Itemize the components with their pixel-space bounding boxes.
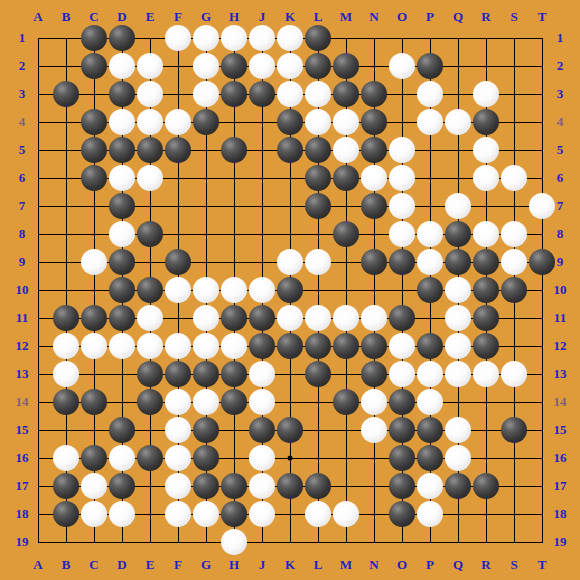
intersection-F1[interactable] [164, 24, 192, 52]
intersection-Q13[interactable] [444, 360, 472, 388]
intersection-O19[interactable] [388, 528, 416, 556]
intersection-F17[interactable] [164, 472, 192, 500]
intersection-F3[interactable] [164, 80, 192, 108]
intersection-E12[interactable] [136, 332, 164, 360]
intersection-D18[interactable] [108, 500, 136, 528]
intersection-N7[interactable] [360, 192, 388, 220]
intersection-F15[interactable] [164, 416, 192, 444]
intersection-M7[interactable] [332, 192, 360, 220]
intersection-N11[interactable] [360, 304, 388, 332]
intersection-N12[interactable] [360, 332, 388, 360]
intersection-C17[interactable] [80, 472, 108, 500]
intersection-O12[interactable] [388, 332, 416, 360]
intersection-P18[interactable] [416, 500, 444, 528]
intersection-F12[interactable] [164, 332, 192, 360]
intersection-N4[interactable] [360, 108, 388, 136]
intersection-M18[interactable] [332, 500, 360, 528]
intersection-E14[interactable] [136, 388, 164, 416]
intersection-B13[interactable] [52, 360, 80, 388]
intersection-H18[interactable] [220, 500, 248, 528]
intersection-P12[interactable] [416, 332, 444, 360]
intersection-N3[interactable] [360, 80, 388, 108]
intersection-K5[interactable] [276, 136, 304, 164]
intersection-Q5[interactable] [444, 136, 472, 164]
intersection-N19[interactable] [360, 528, 388, 556]
intersection-R1[interactable] [472, 24, 500, 52]
intersection-J8[interactable] [248, 220, 276, 248]
intersection-N10[interactable] [360, 276, 388, 304]
intersection-S12[interactable] [500, 332, 528, 360]
intersection-R10[interactable] [472, 276, 500, 304]
intersection-Q16[interactable] [444, 444, 472, 472]
intersection-B3[interactable] [52, 80, 80, 108]
intersection-M1[interactable] [332, 24, 360, 52]
intersection-H6[interactable] [220, 164, 248, 192]
intersection-S8[interactable] [500, 220, 528, 248]
intersection-B1[interactable] [52, 24, 80, 52]
intersection-D5[interactable] [108, 136, 136, 164]
intersection-L13[interactable] [304, 360, 332, 388]
intersection-P4[interactable] [416, 108, 444, 136]
intersection-D4[interactable] [108, 108, 136, 136]
intersection-O1[interactable] [388, 24, 416, 52]
intersection-J7[interactable] [248, 192, 276, 220]
intersection-L3[interactable] [304, 80, 332, 108]
intersection-O6[interactable] [388, 164, 416, 192]
intersection-Q6[interactable] [444, 164, 472, 192]
intersection-M5[interactable] [332, 136, 360, 164]
intersection-K3[interactable] [276, 80, 304, 108]
intersection-O9[interactable] [388, 248, 416, 276]
intersection-R18[interactable] [472, 500, 500, 528]
intersection-P8[interactable] [416, 220, 444, 248]
intersection-F10[interactable] [164, 276, 192, 304]
intersection-S4[interactable] [500, 108, 528, 136]
intersection-K15[interactable] [276, 416, 304, 444]
intersection-H11[interactable] [220, 304, 248, 332]
intersection-K9[interactable] [276, 248, 304, 276]
intersection-Q10[interactable] [444, 276, 472, 304]
intersection-S17[interactable] [500, 472, 528, 500]
intersection-B14[interactable] [52, 388, 80, 416]
intersection-E19[interactable] [136, 528, 164, 556]
intersection-B12[interactable] [52, 332, 80, 360]
intersection-E9[interactable] [136, 248, 164, 276]
intersection-M12[interactable] [332, 332, 360, 360]
intersection-L8[interactable] [304, 220, 332, 248]
intersection-G6[interactable] [192, 164, 220, 192]
intersection-K11[interactable] [276, 304, 304, 332]
intersection-P6[interactable] [416, 164, 444, 192]
intersection-R13[interactable] [472, 360, 500, 388]
intersection-Q12[interactable] [444, 332, 472, 360]
intersection-E2[interactable] [136, 52, 164, 80]
intersection-H7[interactable] [220, 192, 248, 220]
intersection-P14[interactable] [416, 388, 444, 416]
intersection-S7[interactable] [500, 192, 528, 220]
intersection-K2[interactable] [276, 52, 304, 80]
intersection-K14[interactable] [276, 388, 304, 416]
intersection-J4[interactable] [248, 108, 276, 136]
intersection-R17[interactable] [472, 472, 500, 500]
intersection-N13[interactable] [360, 360, 388, 388]
intersection-Q19[interactable] [444, 528, 472, 556]
intersection-D17[interactable] [108, 472, 136, 500]
intersection-D1[interactable] [108, 24, 136, 52]
intersection-M6[interactable] [332, 164, 360, 192]
intersection-S15[interactable] [500, 416, 528, 444]
intersection-R7[interactable] [472, 192, 500, 220]
intersection-G17[interactable] [192, 472, 220, 500]
intersection-J15[interactable] [248, 416, 276, 444]
intersection-L9[interactable] [304, 248, 332, 276]
intersection-F13[interactable] [164, 360, 192, 388]
intersection-S1[interactable] [500, 24, 528, 52]
intersection-E6[interactable] [136, 164, 164, 192]
intersection-C14[interactable] [80, 388, 108, 416]
intersection-M2[interactable] [332, 52, 360, 80]
intersection-L15[interactable] [304, 416, 332, 444]
intersection-L19[interactable] [304, 528, 332, 556]
intersection-H16[interactable] [220, 444, 248, 472]
intersection-H12[interactable] [220, 332, 248, 360]
intersection-J17[interactable] [248, 472, 276, 500]
intersection-M4[interactable] [332, 108, 360, 136]
intersection-D19[interactable] [108, 528, 136, 556]
intersection-J11[interactable] [248, 304, 276, 332]
intersection-G13[interactable] [192, 360, 220, 388]
intersection-D2[interactable] [108, 52, 136, 80]
intersection-N6[interactable] [360, 164, 388, 192]
intersection-O4[interactable] [388, 108, 416, 136]
intersection-P7[interactable] [416, 192, 444, 220]
intersection-L6[interactable] [304, 164, 332, 192]
intersection-C13[interactable] [80, 360, 108, 388]
intersection-M19[interactable] [332, 528, 360, 556]
intersection-N16[interactable] [360, 444, 388, 472]
intersection-M11[interactable] [332, 304, 360, 332]
intersection-R19[interactable] [472, 528, 500, 556]
intersection-C5[interactable] [80, 136, 108, 164]
intersection-L1[interactable] [304, 24, 332, 52]
intersection-B6[interactable] [52, 164, 80, 192]
intersection-K7[interactable] [276, 192, 304, 220]
intersection-C16[interactable] [80, 444, 108, 472]
intersection-M15[interactable] [332, 416, 360, 444]
intersection-N2[interactable] [360, 52, 388, 80]
intersection-J5[interactable] [248, 136, 276, 164]
intersection-R11[interactable] [472, 304, 500, 332]
intersection-R9[interactable] [472, 248, 500, 276]
intersection-S9[interactable] [500, 248, 528, 276]
intersection-P1[interactable] [416, 24, 444, 52]
intersection-K12[interactable] [276, 332, 304, 360]
intersection-G16[interactable] [192, 444, 220, 472]
intersection-R16[interactable] [472, 444, 500, 472]
intersection-Q18[interactable] [444, 500, 472, 528]
intersection-G2[interactable] [192, 52, 220, 80]
intersection-N15[interactable] [360, 416, 388, 444]
intersection-J19[interactable] [248, 528, 276, 556]
intersection-L12[interactable] [304, 332, 332, 360]
intersection-J18[interactable] [248, 500, 276, 528]
intersection-F14[interactable] [164, 388, 192, 416]
intersection-S3[interactable] [500, 80, 528, 108]
intersection-O15[interactable] [388, 416, 416, 444]
intersection-R12[interactable] [472, 332, 500, 360]
intersection-E15[interactable] [136, 416, 164, 444]
intersection-M16[interactable] [332, 444, 360, 472]
intersection-P13[interactable] [416, 360, 444, 388]
intersection-R15[interactable] [472, 416, 500, 444]
intersection-D16[interactable] [108, 444, 136, 472]
intersection-D12[interactable] [108, 332, 136, 360]
intersection-B18[interactable] [52, 500, 80, 528]
intersection-P9[interactable] [416, 248, 444, 276]
intersection-E1[interactable] [136, 24, 164, 52]
intersection-S2[interactable] [500, 52, 528, 80]
intersection-Q15[interactable] [444, 416, 472, 444]
intersection-G8[interactable] [192, 220, 220, 248]
intersection-G12[interactable] [192, 332, 220, 360]
intersection-B16[interactable] [52, 444, 80, 472]
intersection-J10[interactable] [248, 276, 276, 304]
intersection-C6[interactable] [80, 164, 108, 192]
intersection-Q1[interactable] [444, 24, 472, 52]
intersection-R6[interactable] [472, 164, 500, 192]
intersection-O8[interactable] [388, 220, 416, 248]
intersection-G4[interactable] [192, 108, 220, 136]
intersection-O7[interactable] [388, 192, 416, 220]
intersection-D13[interactable] [108, 360, 136, 388]
intersection-P11[interactable] [416, 304, 444, 332]
intersection-L16[interactable] [304, 444, 332, 472]
intersection-S5[interactable] [500, 136, 528, 164]
intersection-Q9[interactable] [444, 248, 472, 276]
intersection-C1[interactable] [80, 24, 108, 52]
intersection-H15[interactable] [220, 416, 248, 444]
intersection-L5[interactable] [304, 136, 332, 164]
intersection-C8[interactable] [80, 220, 108, 248]
intersection-J12[interactable] [248, 332, 276, 360]
intersection-Q17[interactable] [444, 472, 472, 500]
intersection-P15[interactable] [416, 416, 444, 444]
intersection-R4[interactable] [472, 108, 500, 136]
intersection-N18[interactable] [360, 500, 388, 528]
intersection-E4[interactable] [136, 108, 164, 136]
intersection-Q4[interactable] [444, 108, 472, 136]
intersection-K4[interactable] [276, 108, 304, 136]
intersection-E13[interactable] [136, 360, 164, 388]
intersection-D8[interactable] [108, 220, 136, 248]
intersection-E5[interactable] [136, 136, 164, 164]
intersection-H3[interactable] [220, 80, 248, 108]
intersection-J13[interactable] [248, 360, 276, 388]
intersection-H5[interactable] [220, 136, 248, 164]
intersection-G14[interactable] [192, 388, 220, 416]
intersection-E10[interactable] [136, 276, 164, 304]
intersection-S6[interactable] [500, 164, 528, 192]
intersection-O16[interactable] [388, 444, 416, 472]
intersection-B8[interactable] [52, 220, 80, 248]
intersection-F11[interactable] [164, 304, 192, 332]
intersection-H17[interactable] [220, 472, 248, 500]
intersection-G15[interactable] [192, 416, 220, 444]
intersection-S16[interactable] [500, 444, 528, 472]
intersection-B17[interactable] [52, 472, 80, 500]
intersection-B15[interactable] [52, 416, 80, 444]
intersection-L14[interactable] [304, 388, 332, 416]
intersection-E8[interactable] [136, 220, 164, 248]
intersection-H9[interactable] [220, 248, 248, 276]
intersection-G11[interactable] [192, 304, 220, 332]
intersection-J6[interactable] [248, 164, 276, 192]
intersection-J3[interactable] [248, 80, 276, 108]
intersection-K6[interactable] [276, 164, 304, 192]
intersection-F19[interactable] [164, 528, 192, 556]
intersection-F8[interactable] [164, 220, 192, 248]
intersection-D6[interactable] [108, 164, 136, 192]
intersection-H1[interactable] [220, 24, 248, 52]
intersection-K8[interactable] [276, 220, 304, 248]
intersection-M8[interactable] [332, 220, 360, 248]
intersection-M3[interactable] [332, 80, 360, 108]
intersection-S11[interactable] [500, 304, 528, 332]
intersection-E11[interactable] [136, 304, 164, 332]
intersection-Q2[interactable] [444, 52, 472, 80]
intersection-P19[interactable] [416, 528, 444, 556]
intersection-R3[interactable] [472, 80, 500, 108]
intersection-H13[interactable] [220, 360, 248, 388]
intersection-E16[interactable] [136, 444, 164, 472]
intersection-B4[interactable] [52, 108, 80, 136]
intersection-F7[interactable] [164, 192, 192, 220]
intersection-D15[interactable] [108, 416, 136, 444]
intersection-H19[interactable] [220, 528, 248, 556]
intersection-F9[interactable] [164, 248, 192, 276]
intersection-D7[interactable] [108, 192, 136, 220]
intersection-M17[interactable] [332, 472, 360, 500]
intersection-R14[interactable] [472, 388, 500, 416]
intersection-Q14[interactable] [444, 388, 472, 416]
intersection-M13[interactable] [332, 360, 360, 388]
intersection-M14[interactable] [332, 388, 360, 416]
intersection-D9[interactable] [108, 248, 136, 276]
intersection-R8[interactable] [472, 220, 500, 248]
intersection-L4[interactable] [304, 108, 332, 136]
intersection-G18[interactable] [192, 500, 220, 528]
intersection-B10[interactable] [52, 276, 80, 304]
intersection-P3[interactable] [416, 80, 444, 108]
intersection-B7[interactable] [52, 192, 80, 220]
intersection-L7[interactable] [304, 192, 332, 220]
intersection-L2[interactable] [304, 52, 332, 80]
intersection-N5[interactable] [360, 136, 388, 164]
intersection-O3[interactable] [388, 80, 416, 108]
intersection-K19[interactable] [276, 528, 304, 556]
intersection-C4[interactable] [80, 108, 108, 136]
intersection-M9[interactable] [332, 248, 360, 276]
intersection-K18[interactable] [276, 500, 304, 528]
intersection-C2[interactable] [80, 52, 108, 80]
intersection-N1[interactable] [360, 24, 388, 52]
intersection-D10[interactable] [108, 276, 136, 304]
intersection-K13[interactable] [276, 360, 304, 388]
intersection-H2[interactable] [220, 52, 248, 80]
intersection-F2[interactable] [164, 52, 192, 80]
intersection-J1[interactable] [248, 24, 276, 52]
intersection-Q8[interactable] [444, 220, 472, 248]
intersection-K16[interactable] [276, 444, 304, 472]
intersection-G5[interactable] [192, 136, 220, 164]
intersection-S13[interactable] [500, 360, 528, 388]
intersection-P16[interactable] [416, 444, 444, 472]
intersection-N9[interactable] [360, 248, 388, 276]
intersection-P5[interactable] [416, 136, 444, 164]
intersection-N14[interactable] [360, 388, 388, 416]
intersection-K10[interactable] [276, 276, 304, 304]
intersection-P2[interactable] [416, 52, 444, 80]
intersection-F18[interactable] [164, 500, 192, 528]
intersection-L11[interactable] [304, 304, 332, 332]
intersection-O13[interactable] [388, 360, 416, 388]
intersection-Q11[interactable] [444, 304, 472, 332]
intersection-S19[interactable] [500, 528, 528, 556]
intersection-L18[interactable] [304, 500, 332, 528]
intersection-C11[interactable] [80, 304, 108, 332]
intersection-G1[interactable] [192, 24, 220, 52]
intersection-D14[interactable] [108, 388, 136, 416]
intersection-O14[interactable] [388, 388, 416, 416]
intersection-C3[interactable] [80, 80, 108, 108]
intersection-C18[interactable] [80, 500, 108, 528]
intersection-B5[interactable] [52, 136, 80, 164]
intersection-J9[interactable] [248, 248, 276, 276]
intersection-F5[interactable] [164, 136, 192, 164]
intersection-C9[interactable] [80, 248, 108, 276]
intersection-H4[interactable] [220, 108, 248, 136]
intersection-P10[interactable] [416, 276, 444, 304]
intersection-E3[interactable] [136, 80, 164, 108]
intersection-L10[interactable] [304, 276, 332, 304]
intersection-N17[interactable] [360, 472, 388, 500]
intersection-R2[interactable] [472, 52, 500, 80]
intersection-C19[interactable] [80, 528, 108, 556]
intersection-G7[interactable] [192, 192, 220, 220]
intersection-H14[interactable] [220, 388, 248, 416]
intersection-J2[interactable] [248, 52, 276, 80]
intersection-O18[interactable] [388, 500, 416, 528]
intersection-B11[interactable] [52, 304, 80, 332]
intersection-S10[interactable] [500, 276, 528, 304]
intersection-G3[interactable] [192, 80, 220, 108]
intersection-H8[interactable] [220, 220, 248, 248]
intersection-L17[interactable] [304, 472, 332, 500]
intersection-C7[interactable] [80, 192, 108, 220]
intersection-Q7[interactable] [444, 192, 472, 220]
intersection-P17[interactable] [416, 472, 444, 500]
intersection-C10[interactable] [80, 276, 108, 304]
intersection-F16[interactable] [164, 444, 192, 472]
intersection-G10[interactable] [192, 276, 220, 304]
intersection-B9[interactable] [52, 248, 80, 276]
intersection-O11[interactable] [388, 304, 416, 332]
intersection-K17[interactable] [276, 472, 304, 500]
intersection-H10[interactable] [220, 276, 248, 304]
intersection-F4[interactable] [164, 108, 192, 136]
intersection-M10[interactable] [332, 276, 360, 304]
intersection-K1[interactable] [276, 24, 304, 52]
